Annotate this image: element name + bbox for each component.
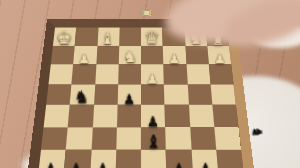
square-b7[interactable]: ♟: [191, 150, 218, 168]
square-e3[interactable]: [118, 64, 141, 84]
square-g3[interactable]: [72, 64, 96, 84]
square-e4[interactable]: ♟: [117, 84, 141, 105]
piece-black-pawn-d5[interactable]: ♟: [147, 114, 159, 128]
square-a5[interactable]: [212, 105, 238, 127]
piece-black-pawn-b7[interactable]: ♟: [199, 161, 212, 168]
piece-white-queen-d1[interactable]: ♛: [144, 29, 160, 47]
square-e1[interactable]: [119, 27, 141, 45]
square-d7[interactable]: [141, 150, 167, 168]
square-f5[interactable]: [92, 105, 117, 127]
square-b3[interactable]: [186, 64, 210, 84]
piece-black-bishop-d6[interactable]: ♝: [146, 133, 162, 151]
square-f7[interactable]: ♟: [90, 150, 116, 168]
piece-black-pawn-c7[interactable]: ♟: [173, 161, 186, 168]
square-d6[interactable]: ♝: [141, 127, 166, 150]
square-e5[interactable]: [117, 105, 141, 127]
square-a2[interactable]: ♟: [207, 45, 231, 64]
square-d2[interactable]: [141, 45, 164, 64]
square-b6[interactable]: [190, 127, 216, 150]
board-grid: ♚♝♛♞♜♟♞♟♟♟♞♟♟♝♟♟♟♟♟♜♚♛♞: [35, 27, 246, 168]
square-a6[interactable]: [214, 127, 241, 150]
square-e7[interactable]: [115, 150, 141, 168]
piece-black-pawn-e4[interactable]: ♟: [123, 92, 135, 105]
square-b5[interactable]: [188, 105, 214, 127]
photo-scene: ♜ ♚♝♛♞♜♟♞♟♟♟♞♟♟♝♟♟♟♟♟♜♚♛♞ ♞: [0, 0, 300, 168]
square-d3[interactable]: ♟: [141, 64, 164, 84]
square-h6[interactable]: [41, 127, 68, 150]
piece-black-knight-g4[interactable]: ♞: [74, 89, 89, 106]
square-g7[interactable]: ♟: [64, 150, 91, 168]
square-g5[interactable]: [68, 105, 94, 127]
square-d1[interactable]: ♛: [141, 27, 163, 45]
square-h1[interactable]: ♚: [53, 27, 77, 45]
square-f6[interactable]: [91, 127, 117, 150]
square-c7[interactable]: ♟: [166, 150, 192, 168]
piece-black-pawn-f7[interactable]: ♟: [96, 161, 109, 168]
square-a4[interactable]: [210, 84, 235, 105]
square-d5[interactable]: ♟: [141, 105, 165, 127]
square-c4[interactable]: [164, 84, 188, 105]
piece-white-pawn-g2[interactable]: ♟: [79, 53, 90, 66]
piece-black-pawn-h7[interactable]: ♟: [45, 161, 58, 168]
square-e6[interactable]: [116, 127, 141, 150]
piece-white-pawn-a2[interactable]: ♟: [214, 53, 226, 66]
square-a7[interactable]: [216, 150, 244, 168]
square-g1[interactable]: [75, 27, 98, 45]
square-c2[interactable]: ♟: [163, 45, 186, 64]
square-g2[interactable]: ♟: [73, 45, 97, 64]
square-h7[interactable]: ♟: [38, 150, 66, 168]
piece-white-king-h1[interactable]: ♚: [56, 29, 72, 47]
square-e2[interactable]: ♞: [118, 45, 141, 64]
square-h5[interactable]: [44, 105, 70, 127]
square-g6[interactable]: [66, 127, 92, 150]
square-c6[interactable]: [165, 127, 191, 150]
square-h3[interactable]: [49, 64, 74, 84]
piece-white-pawn-d3[interactable]: ♟: [147, 72, 159, 85]
square-f3[interactable]: [95, 64, 119, 84]
square-c3[interactable]: [164, 64, 188, 84]
square-d4[interactable]: [141, 84, 165, 105]
square-f4[interactable]: [94, 84, 118, 105]
piece-white-pawn-c2[interactable]: ♟: [169, 53, 180, 66]
square-h4[interactable]: [46, 84, 71, 105]
piece-white-knight-e2[interactable]: ♞: [123, 49, 137, 65]
square-g4[interactable]: ♞: [70, 84, 95, 105]
square-h2[interactable]: [51, 45, 75, 64]
piece-white-bishop-f1[interactable]: ♝: [101, 31, 115, 47]
square-b4[interactable]: [187, 84, 212, 105]
square-a3[interactable]: [209, 64, 234, 84]
piece-black-pawn-g7[interactable]: ♟: [70, 161, 83, 168]
square-b2[interactable]: [185, 45, 209, 64]
captured-black-piece-lying: ♞: [250, 125, 265, 139]
square-f1[interactable]: ♝: [97, 27, 120, 45]
square-c5[interactable]: [165, 105, 190, 127]
square-f2[interactable]: [96, 45, 119, 64]
captured-white-rook-lying: ♜: [140, 7, 152, 18]
